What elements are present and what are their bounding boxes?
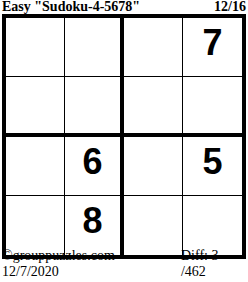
sudoku-board: 7 6 5 8	[2, 14, 246, 259]
progress-indicator: 12/16	[214, 0, 246, 14]
cell-r4c1[interactable]	[6, 196, 65, 255]
difficulty-text: Diff: 3 /462	[181, 248, 246, 280]
cell-r4c2: 8	[65, 196, 124, 255]
puzzle-title: Easy "Sudoku-4-5678"	[2, 0, 140, 14]
cell-r1c1[interactable]	[6, 18, 65, 77]
cell-r2c2[interactable]	[65, 77, 124, 136]
cell-value: 8	[82, 200, 102, 242]
cell-r3c3[interactable]	[124, 137, 183, 196]
footer: ©grouppuzzles.com - 12/7/2020 Diff: 3 /4…	[2, 248, 246, 280]
cell-r1c4: 7	[183, 18, 242, 77]
cell-r4c3[interactable]	[124, 196, 183, 255]
cell-r1c2[interactable]	[65, 18, 124, 77]
cell-r2c4[interactable]	[183, 77, 242, 136]
cell-r2c1[interactable]	[6, 77, 65, 136]
cell-r3c2: 6	[65, 137, 124, 196]
copyright-text: ©grouppuzzles.com - 12/7/2020	[2, 248, 181, 280]
cell-r3c1[interactable]	[6, 137, 65, 196]
cell-r3c4: 5	[183, 137, 242, 196]
cell-value: 5	[202, 141, 222, 183]
header: Easy "Sudoku-4-5678" 12/16	[2, 0, 246, 14]
cell-value: 6	[82, 141, 102, 183]
cell-value: 7	[202, 22, 222, 64]
cell-r2c3[interactable]	[124, 77, 183, 136]
cell-r4c4[interactable]	[183, 196, 242, 255]
cell-r1c3[interactable]	[124, 18, 183, 77]
